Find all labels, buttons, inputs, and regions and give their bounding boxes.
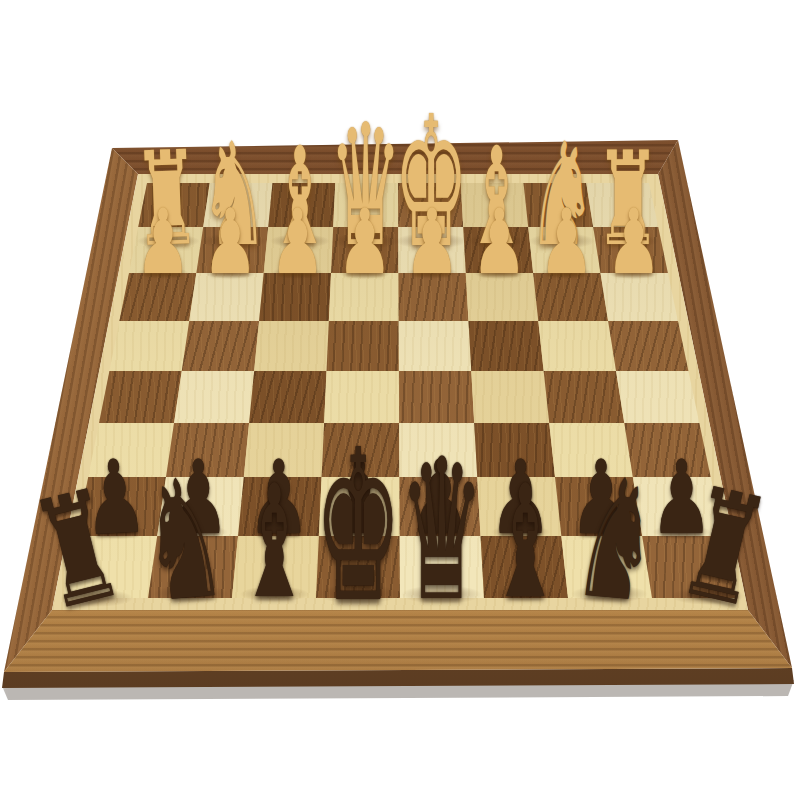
chessboard-photo: ♜♞♝♛♚♝♞♜♟♟♟♟♟♟♟♟♟♟♟♟♟♟♟♟♜♞♝♚♛♝♞♜ — [0, 0, 800, 800]
black-bishop-icon: ♝ — [238, 466, 311, 622]
black-knight-icon: ♞ — [569, 456, 664, 627]
white-pawn-icon: ♟ — [404, 198, 460, 288]
black-queen-icon: ♛ — [399, 434, 484, 629]
white-pawn-icon: ♟ — [270, 198, 326, 288]
white-pawn-icon: ♟ — [202, 198, 258, 288]
black-knight-icon: ♞ — [136, 456, 231, 627]
white-pawn-icon: ♟ — [135, 198, 191, 288]
white-pawn-icon: ♟ — [471, 198, 527, 288]
white-pawn-icon: ♟ — [606, 198, 662, 288]
white-pawn-icon: ♟ — [539, 198, 595, 288]
black-king-icon: ♚ — [314, 422, 401, 631]
white-pawn-icon: ♟ — [337, 198, 393, 288]
black-bishop-icon: ♝ — [489, 466, 562, 622]
